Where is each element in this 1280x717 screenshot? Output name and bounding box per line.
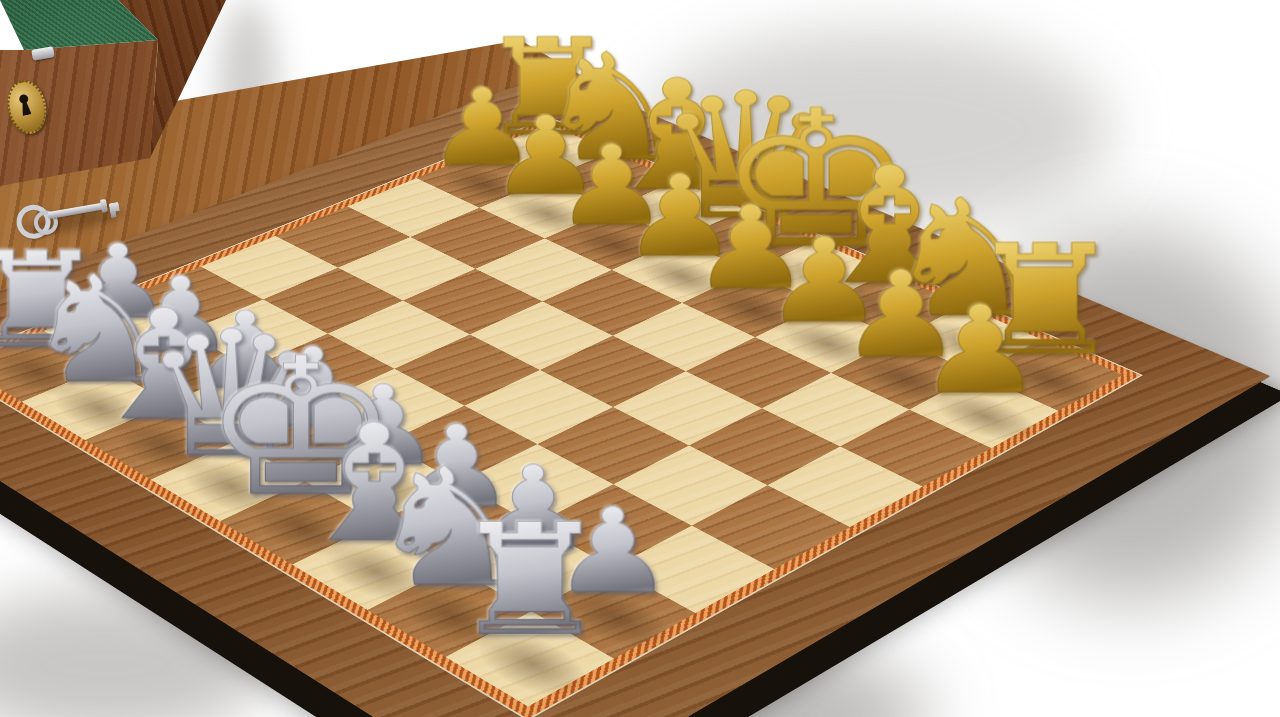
- storage-box: [0, 0, 245, 200]
- key-collar: [100, 199, 108, 213]
- chess-set-photo: ♜♞♝♛♚♝♞♜♟♟♟♟♟♟♟♟♟♟♟♟♟♟♟♟♜♞♝♛♚♝♞♜: [0, 0, 1280, 717]
- piece-glyph: ♜: [450, 508, 610, 653]
- piece-glyph: ♟: [917, 293, 1044, 408]
